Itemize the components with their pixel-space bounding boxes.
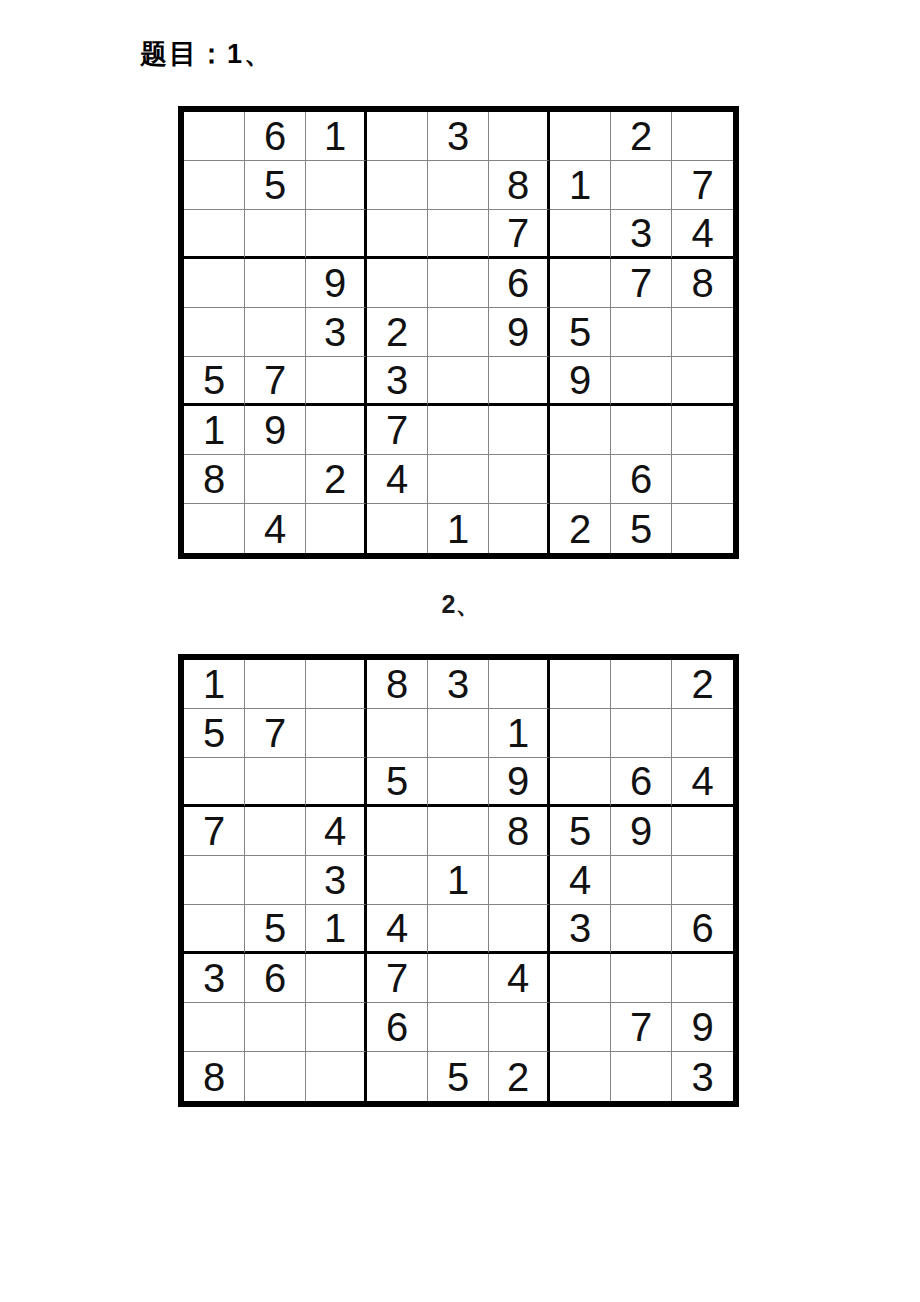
puzzle2-cell-r3c6: 9 (489, 758, 550, 807)
puzzle1-cell-r6c3 (306, 357, 367, 406)
puzzle2-cell-r7c8 (611, 954, 672, 1003)
puzzle1-cell-r3c9: 4 (672, 210, 733, 259)
puzzle2-cell-r5c1 (184, 856, 245, 905)
puzzle1-cell-r3c6: 7 (489, 210, 550, 259)
puzzle2-cell-r5c6 (489, 856, 550, 905)
puzzle2-cell-r5c2 (245, 856, 306, 905)
puzzle1-cell-r6c4: 3 (367, 357, 428, 406)
puzzle2-cell-r9c3 (306, 1052, 367, 1101)
puzzle1-cell-r9c4 (367, 504, 428, 553)
puzzle1-cell-r1c4 (367, 112, 428, 161)
puzzle2-cell-r6c6 (489, 905, 550, 954)
puzzle2-cell-r6c7: 3 (550, 905, 611, 954)
puzzle1-cell-r5c8 (611, 308, 672, 357)
puzzle1-cell-r5c5 (428, 308, 489, 357)
puzzle2-cell-r7c2: 6 (245, 954, 306, 1003)
puzzle1-cell-r8c3: 2 (306, 455, 367, 504)
puzzle2-cell-r2c8 (611, 709, 672, 758)
puzzle2-cell-r2c5 (428, 709, 489, 758)
puzzle1-cell-r8c2 (245, 455, 306, 504)
puzzle2-cell-r5c3: 3 (306, 856, 367, 905)
puzzle1-cell-r4c4 (367, 259, 428, 308)
puzzle2-cell-r5c9 (672, 856, 733, 905)
puzzle1-cell-r8c9 (672, 455, 733, 504)
puzzle1-cell-r2c5 (428, 161, 489, 210)
puzzle1-cell-r7c3 (306, 406, 367, 455)
puzzle1-cell-r3c2 (245, 210, 306, 259)
puzzle1-cell-r3c3 (306, 210, 367, 259)
puzzle1-cell-r2c6: 8 (489, 161, 550, 210)
puzzle2-cell-r3c1 (184, 758, 245, 807)
puzzle2-cell-r8c1 (184, 1003, 245, 1052)
puzzle1-cell-r2c2: 5 (245, 161, 306, 210)
puzzle1-cell-r6c6 (489, 357, 550, 406)
puzzle1-cell-r6c9 (672, 357, 733, 406)
puzzle1-cell-r9c9 (672, 504, 733, 553)
puzzle1-cell-r1c2: 6 (245, 112, 306, 161)
puzzle2-cell-r6c8 (611, 905, 672, 954)
puzzle1-cell-r6c7: 9 (550, 357, 611, 406)
puzzle2-cell-r1c4: 8 (367, 660, 428, 709)
puzzle1-cell-r8c8: 6 (611, 455, 672, 504)
puzzle2-cell-r3c3 (306, 758, 367, 807)
puzzle2-cell-r5c5: 1 (428, 856, 489, 905)
puzzle2-cell-r1c7 (550, 660, 611, 709)
puzzle1-cell-r5c4: 2 (367, 308, 428, 357)
puzzle2-cell-r6c1 (184, 905, 245, 954)
puzzle2-cell-r4c3: 4 (306, 807, 367, 856)
puzzle1-cell-r7c5 (428, 406, 489, 455)
puzzle2-cell-r2c3 (306, 709, 367, 758)
puzzle1-cell-r3c8: 3 (611, 210, 672, 259)
puzzle1-cell-r4c7 (550, 259, 611, 308)
puzzle1-cell-r9c1 (184, 504, 245, 553)
puzzle1-cell-r1c7 (550, 112, 611, 161)
puzzle1-cell-r3c1 (184, 210, 245, 259)
puzzle2-cell-r5c7: 4 (550, 856, 611, 905)
puzzle1-cell-r1c5: 3 (428, 112, 489, 161)
puzzle2-cell-r7c7 (550, 954, 611, 1003)
puzzle1-cell-r1c8: 2 (611, 112, 672, 161)
puzzle1-cell-r7c7 (550, 406, 611, 455)
puzzle1-cell-r5c9 (672, 308, 733, 357)
puzzle2-cell-r1c9: 2 (672, 660, 733, 709)
puzzle2-cell-r7c6: 4 (489, 954, 550, 1003)
puzzle1-cell-r8c7 (550, 455, 611, 504)
puzzle2-cell-r8c3 (306, 1003, 367, 1052)
puzzle2-cell-r6c2: 5 (245, 905, 306, 954)
puzzle2-cell-r8c8: 7 (611, 1003, 672, 1052)
puzzle1-cell-r6c5 (428, 357, 489, 406)
puzzle1-cell-r3c7 (550, 210, 611, 259)
puzzle2-cell-r9c9: 3 (672, 1052, 733, 1101)
puzzle1-cell-r7c2: 9 (245, 406, 306, 455)
puzzle1-cell-r2c7: 1 (550, 161, 611, 210)
puzzle1-cell-r3c4 (367, 210, 428, 259)
puzzle2-cell-r4c1: 7 (184, 807, 245, 856)
puzzle1-cell-r8c5 (428, 455, 489, 504)
puzzle1-cell-r2c9: 7 (672, 161, 733, 210)
puzzle1-cell-r9c2: 4 (245, 504, 306, 553)
puzzle2-cell-r7c9 (672, 954, 733, 1003)
puzzle2-cell-r5c4 (367, 856, 428, 905)
puzzle2-cell-r6c3: 1 (306, 905, 367, 954)
puzzle2-cell-r6c4: 4 (367, 905, 428, 954)
puzzle1-cell-r9c5: 1 (428, 504, 489, 553)
puzzle2-cell-r2c9 (672, 709, 733, 758)
puzzle1-cell-r6c8 (611, 357, 672, 406)
puzzle2-cell-r9c5: 5 (428, 1052, 489, 1101)
puzzle2-cell-r2c2: 7 (245, 709, 306, 758)
puzzle2-cell-r4c9 (672, 807, 733, 856)
puzzle2-cell-r9c4 (367, 1052, 428, 1101)
puzzle1-cell-r7c9 (672, 406, 733, 455)
puzzle1-cell-r4c2 (245, 259, 306, 308)
puzzle2-cell-r1c8 (611, 660, 672, 709)
puzzle2-cell-r2c6: 1 (489, 709, 550, 758)
puzzle1-cell-r9c7: 2 (550, 504, 611, 553)
puzzle2-cell-r4c4 (367, 807, 428, 856)
puzzle1-cell-r1c9 (672, 112, 733, 161)
puzzle1-cell-r2c8 (611, 161, 672, 210)
puzzle2-cell-r3c4: 5 (367, 758, 428, 807)
puzzle1-cell-r8c1: 8 (184, 455, 245, 504)
puzzle1-cell-r4c5 (428, 259, 489, 308)
puzzle2-cell-r6c9: 6 (672, 905, 733, 954)
puzzle1-cell-r1c6 (489, 112, 550, 161)
worksheet-page: 题目：1、 6132581773496783295573919782464125… (0, 0, 920, 1302)
puzzle1-cell-r8c4: 4 (367, 455, 428, 504)
puzzle2-cell-r1c3 (306, 660, 367, 709)
puzzle1-cell-r4c9: 8 (672, 259, 733, 308)
puzzle2-cell-r3c7 (550, 758, 611, 807)
puzzle1-cell-r1c3: 1 (306, 112, 367, 161)
puzzle2-cell-r6c5 (428, 905, 489, 954)
puzzle2-cell-r3c9: 4 (672, 758, 733, 807)
puzzle2-cell-r3c5 (428, 758, 489, 807)
puzzle2-cell-r9c6: 2 (489, 1052, 550, 1101)
puzzle2-cell-r1c2 (245, 660, 306, 709)
puzzle1-cell-r4c1 (184, 259, 245, 308)
puzzle2-cell-r4c5 (428, 807, 489, 856)
puzzle1-cell-r4c3: 9 (306, 259, 367, 308)
puzzle2-cell-r5c8 (611, 856, 672, 905)
puzzle1-cell-r5c3: 3 (306, 308, 367, 357)
sudoku-board-2: 18325715964748593145143636746798523 (178, 654, 739, 1107)
puzzle1-cell-r6c2: 7 (245, 357, 306, 406)
puzzle2-cell-r3c2 (245, 758, 306, 807)
puzzle2-cell-r8c6 (489, 1003, 550, 1052)
puzzle2-cell-r4c6: 8 (489, 807, 550, 856)
puzzle2-cell-r9c1: 8 (184, 1052, 245, 1101)
puzzle1-cell-r2c3 (306, 161, 367, 210)
puzzle2-cell-r8c2 (245, 1003, 306, 1052)
puzzle2-cell-r8c5 (428, 1003, 489, 1052)
puzzle2-cell-r7c1: 3 (184, 954, 245, 1003)
puzzle2-cell-r8c9: 9 (672, 1003, 733, 1052)
puzzle1-cell-r7c4: 7 (367, 406, 428, 455)
puzzle1-cell-r9c3 (306, 504, 367, 553)
puzzle1-cell-r2c4 (367, 161, 428, 210)
puzzle2-cell-r2c1: 5 (184, 709, 245, 758)
puzzle2-cell-r1c5: 3 (428, 660, 489, 709)
sudoku-board-1: 6132581773496783295573919782464125 (178, 106, 739, 559)
puzzle1-cell-r4c8: 7 (611, 259, 672, 308)
puzzle2-cell-r1c6 (489, 660, 550, 709)
puzzle1-cell-r1c1 (184, 112, 245, 161)
puzzle1-cell-r9c6 (489, 504, 550, 553)
puzzle1-cell-r8c6 (489, 455, 550, 504)
puzzle1-cell-r5c1 (184, 308, 245, 357)
puzzle1-cell-r9c8: 5 (611, 504, 672, 553)
puzzle1-cell-r5c6: 9 (489, 308, 550, 357)
puzzle2-cell-r7c5 (428, 954, 489, 1003)
puzzle2-cell-r9c2 (245, 1052, 306, 1101)
puzzle2-cell-r8c4: 6 (367, 1003, 428, 1052)
puzzle1-cell-r7c6 (489, 406, 550, 455)
puzzle1-cell-r4c6: 6 (489, 259, 550, 308)
puzzle2-cell-r9c8 (611, 1052, 672, 1101)
puzzle2-cell-r3c8: 6 (611, 758, 672, 807)
puzzle1-cell-r7c1: 1 (184, 406, 245, 455)
puzzle2-cell-r8c7 (550, 1003, 611, 1052)
puzzle2-cell-r7c3 (306, 954, 367, 1003)
page-title: 题目：1、 (140, 36, 273, 72)
puzzle2-cell-r2c4 (367, 709, 428, 758)
puzzle2-cell-r7c4: 7 (367, 954, 428, 1003)
puzzle2-cell-r4c7: 5 (550, 807, 611, 856)
puzzle2-cell-r4c8: 9 (611, 807, 672, 856)
puzzle2-cell-r2c7 (550, 709, 611, 758)
puzzle1-cell-r3c5 (428, 210, 489, 259)
puzzle2-cell-r4c2 (245, 807, 306, 856)
puzzle1-cell-r6c1: 5 (184, 357, 245, 406)
puzzle1-cell-r5c2 (245, 308, 306, 357)
puzzle-2-label: 2、 (178, 588, 744, 621)
puzzle1-cell-r2c1 (184, 161, 245, 210)
puzzle1-cell-r5c7: 5 (550, 308, 611, 357)
puzzle2-cell-r1c1: 1 (184, 660, 245, 709)
puzzle1-cell-r7c8 (611, 406, 672, 455)
puzzle2-cell-r9c7 (550, 1052, 611, 1101)
